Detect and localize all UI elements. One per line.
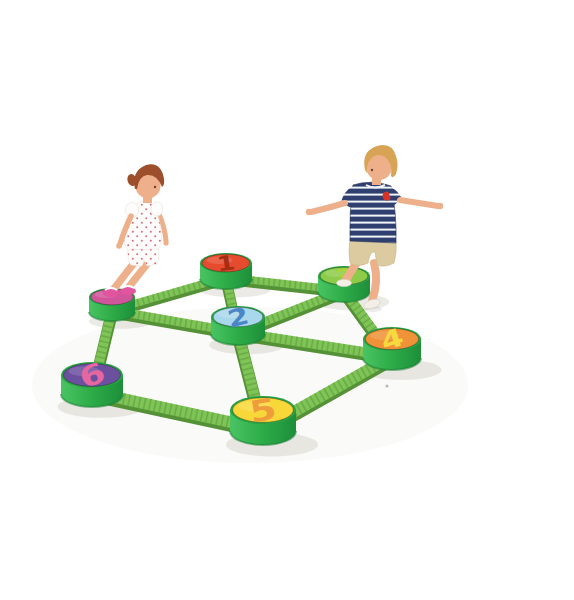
boy-left-hand — [306, 209, 312, 215]
girl-figure — [103, 164, 169, 297]
boy-left-arm — [311, 203, 345, 212]
boy-right-arm — [400, 200, 438, 206]
product-photo: 132465 — [0, 0, 574, 600]
stone-1-numeral: 1 — [215, 250, 236, 276]
stone-1: 1 — [200, 250, 252, 289]
girl-right-hand — [163, 240, 168, 245]
girl-left-hand — [116, 243, 122, 249]
boy-eye — [371, 169, 373, 171]
girl-right-sleeve — [151, 202, 163, 216]
boy-right-hand — [437, 203, 443, 209]
girl-eye — [154, 186, 156, 188]
floor-speck — [385, 384, 388, 387]
boy-left-sandal — [337, 279, 352, 286]
boy-right-leg — [372, 263, 376, 301]
